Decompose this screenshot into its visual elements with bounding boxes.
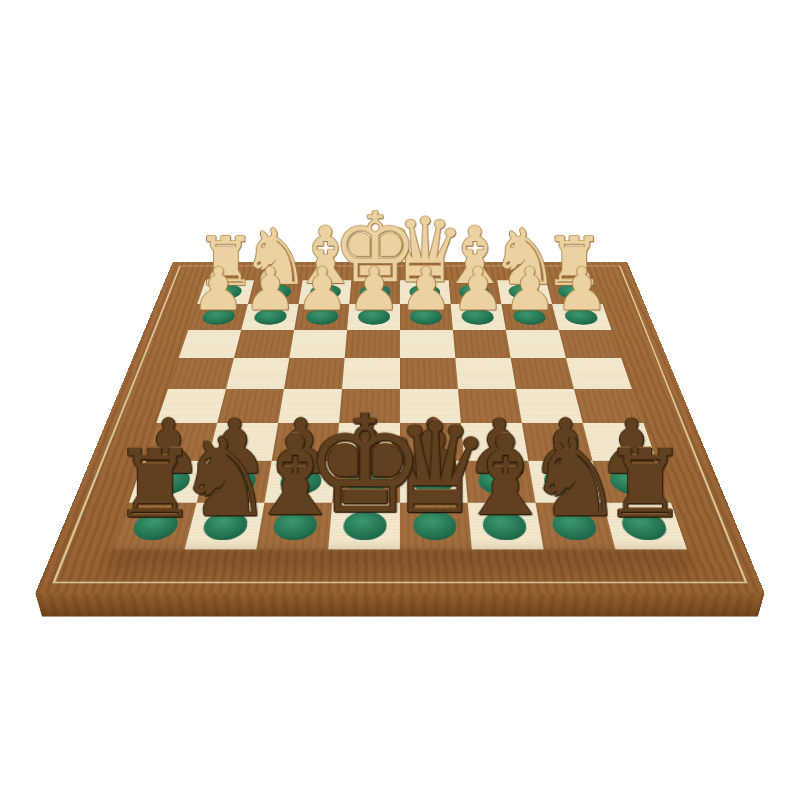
white-pawn-glyph: ♟ — [344, 262, 403, 318]
white-pawn-glyph: ♟ — [293, 262, 352, 318]
pieces-layer: ♜♞♝♛♚♝♞♜♟♟♟♟♟♟♟♟♜♞♝♛♚♝♞♜♟♟♟♟♟♟♟♟ — [113, 280, 687, 549]
black-knight-glyph: ♞ — [521, 426, 630, 529]
white-pawn-glyph: ♟ — [552, 262, 611, 318]
white-pawn-glyph: ♟ — [241, 262, 300, 318]
black-knight-glyph: ♞ — [171, 426, 280, 529]
chess-board: ♜♞♝♛♚♝♞♜♟♟♟♟♟♟♟♟♜♞♝♛♚♝♞♜♟♟♟♟♟♟♟♟ — [35, 262, 764, 593]
stage: ♜♞♝♛♚♝♞♜♟♟♟♟♟♟♟♟♜♞♝♛♚♝♞♜♟♟♟♟♟♟♟♟ — [0, 0, 800, 800]
board-front-edge — [35, 593, 764, 617]
white-pawn-glyph: ♟ — [448, 262, 507, 318]
frame-reflection — [96, 550, 704, 591]
white-pawn-glyph: ♟ — [396, 262, 455, 318]
white-pawn-glyph: ♟ — [189, 262, 248, 318]
white-pawn-glyph: ♟ — [500, 262, 559, 318]
